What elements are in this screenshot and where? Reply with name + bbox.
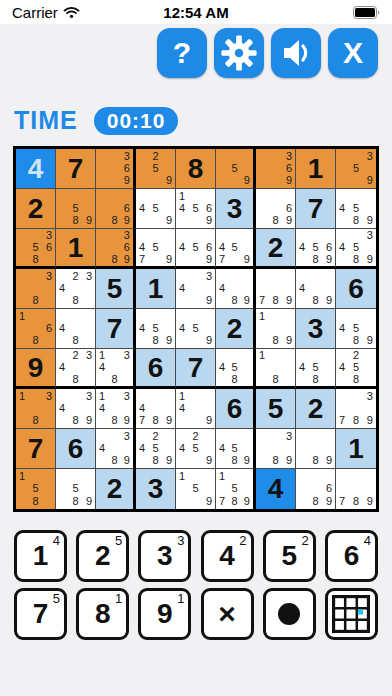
cell-r7c1[interactable]: 138: [16, 389, 56, 429]
status-bar: Carrier 12:54 AM: [0, 0, 392, 24]
cell-r1c4[interactable]: 259: [136, 149, 176, 189]
cell-r7c5[interactable]: 149: [176, 389, 216, 429]
cell-r8c1[interactable]: 7: [16, 429, 56, 469]
cell-r4c8[interactable]: 489: [296, 269, 336, 309]
cell-r7c2[interactable]: 3489: [56, 389, 96, 429]
pencil-marks: 1348: [96, 349, 133, 386]
cell-r9c7[interactable]: 4: [256, 469, 296, 509]
cell-r7c9[interactable]: 3789: [336, 389, 376, 429]
cell-r3c2[interactable]: 1: [56, 229, 96, 269]
sudoku-board: 4736925985936913592589689459145693689745…: [13, 146, 379, 512]
cell-value: 1: [308, 155, 324, 183]
numpad-digit-2[interactable]: 25: [76, 530, 129, 582]
grid-icon: [332, 595, 370, 633]
cell-r5c3[interactable]: 7: [96, 309, 136, 349]
timer-row: TIME 00:10: [14, 106, 178, 135]
pencil-marks: 789: [336, 469, 376, 509]
pencil-marks: 4589: [216, 429, 253, 468]
pencil-marks: 259: [136, 149, 175, 188]
cell-value: 3: [308, 315, 324, 343]
digit-label: 4: [219, 542, 235, 570]
cell-r4c5[interactable]: 349: [176, 269, 216, 309]
cell-r3c7[interactable]: 2: [256, 229, 296, 269]
cell-r8c3[interactable]: 3489: [96, 429, 136, 469]
cell-r3c6[interactable]: 4579: [216, 229, 256, 269]
carrier-label: Carrier: [12, 4, 58, 21]
cell-r1c3[interactable]: 369: [96, 149, 136, 189]
cell-r9c1[interactable]: 158: [16, 469, 56, 509]
pencil-marks: 4589: [336, 309, 376, 348]
cell-r4c1[interactable]: 38: [16, 269, 56, 309]
cell-r6c1[interactable]: 9: [16, 349, 56, 389]
pencil-marks: 45689: [296, 229, 335, 266]
pencil-marks: 18: [256, 349, 295, 386]
cell-r4c4[interactable]: 1: [136, 269, 176, 309]
digit-count-badge: 3: [177, 534, 184, 547]
clock-label: 12:54 AM: [132, 4, 260, 21]
numpad-row-2: 758191×: [14, 588, 378, 640]
digit-label: 9: [157, 600, 173, 628]
cell-r8c7[interactable]: 389: [256, 429, 296, 469]
pencil-marks: 589: [56, 189, 95, 228]
cell-r3c8[interactable]: 45689: [296, 229, 336, 269]
cell-value: 5: [107, 275, 123, 303]
cell-value: 6: [68, 435, 84, 463]
pencil-marks: 369: [96, 149, 133, 188]
cell-r2c3[interactable]: 689: [96, 189, 136, 229]
pencil-marks: 689: [296, 469, 335, 509]
pencil-marks: 359: [336, 149, 376, 188]
pencil-marks: 489: [296, 269, 335, 308]
pencil-marks: 159: [176, 469, 215, 509]
cell-r7c6[interactable]: 6: [216, 389, 256, 429]
pencil-marks: 4579: [216, 229, 253, 266]
cell-r5c8[interactable]: 3: [296, 309, 336, 349]
timer-label: TIME: [14, 106, 78, 135]
pencil-marks: 689: [256, 189, 295, 228]
cell-r7c3[interactable]: 13489: [96, 389, 136, 429]
speaker-icon: [278, 35, 314, 71]
cell-value: 7: [107, 315, 123, 343]
cell-r1c1[interactable]: 4: [16, 149, 56, 189]
cell-value: 7: [28, 435, 44, 463]
pencil-marks: 158: [16, 469, 55, 509]
numpad-digit-8[interactable]: 81: [76, 588, 129, 640]
pencil-marks: 489: [216, 269, 253, 308]
pencil-marks: 38: [16, 269, 55, 308]
pen-mode-button[interactable]: [263, 588, 316, 640]
pencil-marks: 3489: [96, 429, 133, 468]
cell-value: 7: [188, 354, 204, 382]
cell-value: 8: [188, 155, 204, 183]
cell-r5c9[interactable]: 4589: [336, 309, 376, 349]
cell-value: 7: [308, 195, 324, 223]
pencil-marks: 458: [216, 349, 253, 386]
cell-r2c7[interactable]: 689: [256, 189, 296, 229]
cell-value: 5: [268, 395, 284, 423]
cell-r4c2[interactable]: 2348: [56, 269, 96, 309]
sound-button[interactable]: [271, 28, 321, 78]
numpad: 142533425264 758191×: [14, 530, 378, 646]
close-button[interactable]: X: [328, 28, 378, 78]
digit-label: 5: [281, 542, 297, 570]
cell-r4c9[interactable]: 6: [336, 269, 376, 309]
erase-button[interactable]: ×: [201, 588, 254, 640]
toolbar: ? X: [157, 28, 378, 78]
pencil-marks: 2459: [176, 429, 215, 468]
pencil-marks: 4589: [336, 189, 376, 228]
gear-icon: [220, 34, 258, 72]
cell-r9c8[interactable]: 689: [296, 469, 336, 509]
cell-r6c4[interactable]: 6: [136, 349, 176, 389]
pencil-marks: 2348: [56, 349, 95, 386]
pencil-marks: 4579: [136, 229, 175, 266]
pencil-marks: 59: [216, 149, 253, 188]
digit-label: 3: [157, 542, 173, 570]
cell-r3c9[interactable]: 34589: [336, 229, 376, 269]
pencil-marks: 14569: [176, 189, 215, 228]
cell-r6c6[interactable]: 458: [216, 349, 256, 389]
wifi-icon: [63, 6, 80, 19]
pencil-mode-button[interactable]: [325, 588, 378, 640]
cell-r2c1[interactable]: 2: [16, 189, 56, 229]
cell-r5c6[interactable]: 2: [216, 309, 256, 349]
cell-value: 4: [268, 475, 284, 503]
cell-r7c7[interactable]: 5: [256, 389, 296, 429]
numpad-digit-3[interactable]: 33: [138, 530, 191, 582]
pencil-marks: 15789: [216, 469, 253, 509]
digit-label: 7: [33, 600, 49, 628]
numpad-digit-5[interactable]: 52: [263, 530, 316, 582]
pencil-marks: 589: [56, 469, 95, 509]
cell-r3c3[interactable]: 3689: [96, 229, 136, 269]
close-icon: X: [343, 36, 363, 70]
numpad-digit-1[interactable]: 14: [14, 530, 67, 582]
pencil-marks: 459: [136, 189, 175, 228]
pencil-marks: 149: [176, 389, 215, 428]
pencil-marks: 458: [296, 349, 335, 386]
digit-count-badge: 4: [364, 534, 371, 547]
pencil-marks: 369: [256, 149, 295, 188]
cell-value: 3: [148, 475, 164, 503]
pencil-marks: 3789: [336, 389, 376, 428]
cell-r1c2[interactable]: 7: [56, 149, 96, 189]
pencil-marks: 48: [56, 309, 95, 348]
cell-r6c3[interactable]: 1348: [96, 349, 136, 389]
cell-r2c9[interactable]: 4589: [336, 189, 376, 229]
cell-r4c7[interactable]: 789: [256, 269, 296, 309]
numpad-row-1: 142533425264: [14, 530, 378, 582]
cell-r6c7[interactable]: 18: [256, 349, 296, 389]
cell-r3c1[interactable]: 3568: [16, 229, 56, 269]
pencil-marks: 789: [256, 269, 295, 308]
cell-r3c4[interactable]: 4579: [136, 229, 176, 269]
cell-r6c9[interactable]: 2458: [336, 349, 376, 389]
pencil-marks: 4789: [136, 389, 175, 428]
cell-r8c2[interactable]: 6: [56, 429, 96, 469]
cell-r4c3[interactable]: 5: [96, 269, 136, 309]
cell-r1c9[interactable]: 359: [336, 149, 376, 189]
digit-count-badge: 4: [53, 534, 60, 547]
cell-value: 6: [148, 354, 164, 382]
cell-value: 6: [227, 395, 243, 423]
cell-r2c6[interactable]: 3: [216, 189, 256, 229]
cell-r6c8[interactable]: 458: [296, 349, 336, 389]
cell-value: 1: [348, 435, 364, 463]
cell-r2c2[interactable]: 589: [56, 189, 96, 229]
pencil-marks: 138: [16, 389, 55, 428]
cell-value: 6: [348, 275, 364, 303]
cell-value: 9: [28, 354, 44, 382]
pencil-marks: 89: [296, 429, 335, 468]
cell-r7c8[interactable]: 2: [296, 389, 336, 429]
cell-r5c5[interactable]: 459: [176, 309, 216, 349]
pencil-marks: 349: [176, 269, 215, 308]
cell-value: 2: [308, 395, 324, 423]
pencil-marks: 4589: [136, 309, 175, 348]
cell-r1c7[interactable]: 369: [256, 149, 296, 189]
cell-value: 1: [68, 234, 84, 262]
cell-r2c8[interactable]: 7: [296, 189, 336, 229]
cell-r4c6[interactable]: 489: [216, 269, 256, 309]
cell-r9c3[interactable]: 2: [96, 469, 136, 509]
cell-r5c4[interactable]: 4589: [136, 309, 176, 349]
pencil-marks: 2458: [336, 349, 376, 386]
pencil-marks: 689: [96, 189, 133, 228]
cell-r6c2[interactable]: 2348: [56, 349, 96, 389]
cell-r3c5[interactable]: 4569: [176, 229, 216, 269]
cell-r8c5[interactable]: 2459: [176, 429, 216, 469]
digit-count-badge: 2: [239, 534, 246, 547]
cell-r9c5[interactable]: 159: [176, 469, 216, 509]
pencil-marks: 13489: [96, 389, 133, 428]
digit-label: 8: [95, 600, 111, 628]
cell-r9c2[interactable]: 589: [56, 469, 96, 509]
cell-r1c6[interactable]: 59: [216, 149, 256, 189]
cell-r9c9[interactable]: 789: [336, 469, 376, 509]
pencil-marks: 3489: [56, 389, 95, 428]
pencil-marks: 3689: [96, 229, 133, 266]
cell-value: 1: [148, 275, 164, 303]
pencil-marks: 168: [16, 309, 55, 348]
pencil-marks: 4569: [176, 229, 215, 266]
digit-count-badge: 5: [115, 534, 122, 547]
cell-r2c4[interactable]: 459: [136, 189, 176, 229]
pencil-marks: 3568: [16, 229, 55, 266]
x-icon: ×: [218, 599, 236, 629]
cell-r5c2[interactable]: 48: [56, 309, 96, 349]
battery-icon: [353, 6, 380, 19]
pencil-marks: 2348: [56, 269, 95, 308]
cell-value: 4: [28, 155, 44, 183]
digit-count-badge: 1: [177, 592, 184, 605]
numpad-digit-7[interactable]: 75: [14, 588, 67, 640]
numpad-digit-9[interactable]: 91: [138, 588, 191, 640]
cell-value: 2: [28, 195, 44, 223]
pencil-marks: 34589: [336, 229, 376, 266]
question-icon: ?: [173, 36, 191, 70]
pencil-marks: 24589: [136, 429, 175, 468]
cell-r1c8[interactable]: 1: [296, 149, 336, 189]
cell-r8c4[interactable]: 24589: [136, 429, 176, 469]
cell-r5c7[interactable]: 189: [256, 309, 296, 349]
cell-r2c5[interactable]: 14569: [176, 189, 216, 229]
cell-value: 2: [227, 315, 243, 343]
pencil-marks: 459: [176, 309, 215, 348]
cell-r6c5[interactable]: 7: [176, 349, 216, 389]
cell-r9c4[interactable]: 3: [136, 469, 176, 509]
cell-r8c8[interactable]: 89: [296, 429, 336, 469]
digit-count-badge: 5: [53, 592, 60, 605]
cell-r9c6[interactable]: 15789: [216, 469, 256, 509]
cell-value: 2: [107, 475, 123, 503]
cell-value: 3: [227, 195, 243, 223]
settings-button[interactable]: [214, 28, 264, 78]
help-button[interactable]: ?: [157, 28, 207, 78]
cell-r8c6[interactable]: 4589: [216, 429, 256, 469]
cell-r7c4[interactable]: 4789: [136, 389, 176, 429]
numpad-digit-4[interactable]: 42: [201, 530, 254, 582]
pencil-marks: 189: [256, 309, 295, 348]
digit-label: 1: [33, 542, 49, 570]
cell-r1c5[interactable]: 8: [176, 149, 216, 189]
cell-r5c1[interactable]: 168: [16, 309, 56, 349]
timer-value: 00:10: [94, 107, 179, 135]
dot-icon: [278, 603, 300, 625]
pencil-marks: 389: [256, 429, 295, 468]
numpad-digit-6[interactable]: 64: [325, 530, 378, 582]
cell-value: 2: [268, 234, 284, 262]
digit-count-badge: 1: [115, 592, 122, 605]
digit-label: 6: [344, 542, 360, 570]
digit-count-badge: 2: [302, 534, 309, 547]
cell-r8c9[interactable]: 1: [336, 429, 376, 469]
cell-value: 7: [68, 155, 84, 183]
digit-label: 2: [95, 542, 111, 570]
